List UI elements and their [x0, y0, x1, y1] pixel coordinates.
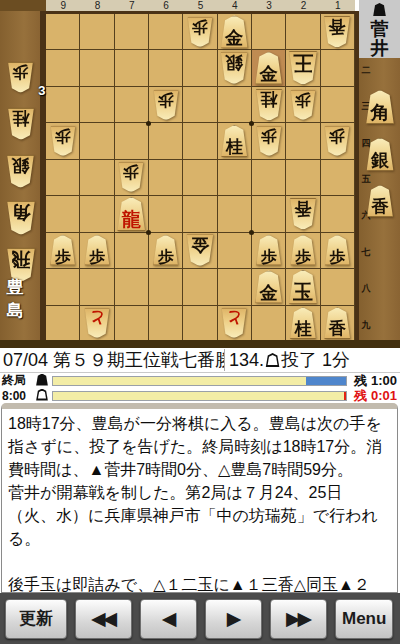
square-1-5 — [321, 160, 355, 196]
square-3-1 — [252, 14, 286, 50]
sente-piece-icon — [373, 3, 387, 16]
square-5-5 — [183, 160, 217, 196]
shogi-piece-sente-歩: 歩 — [49, 235, 76, 266]
file-label-4: 4 — [218, 0, 252, 11]
square-3-6 — [252, 196, 286, 232]
gote-time-remaining — [344, 392, 346, 400]
hand-piece-sente-香: 香 — [363, 182, 397, 220]
sente-time-remaining — [306, 377, 346, 385]
square-5-4 — [183, 123, 217, 159]
square-2-5 — [286, 160, 320, 196]
square-8-4 — [80, 123, 114, 159]
gote-remaining-time: 残 0:01 — [347, 387, 400, 405]
sente-captured-pieces: 角銀香 — [362, 88, 398, 229]
shogi-app: 987654321 歩金香銀金王歩桂歩歩桂歩歩歩龍香歩歩歩金歩歩歩金玉とと桂香 … — [0, 0, 400, 644]
sente-player-name: 菅 — [359, 20, 400, 39]
square-2-3: 歩 — [286, 87, 320, 123]
square-7-4 — [115, 123, 149, 159]
shogi-piece-sente-歩: 歩 — [324, 235, 351, 266]
shogi-piece-gote-銀: 銀 — [6, 155, 35, 188]
shogi-piece-gote-歩: 歩 — [152, 89, 179, 120]
board-corner — [0, 0, 46, 11]
shogi-piece-gote-歩: 歩 — [7, 62, 34, 93]
square-3-8: 金 — [252, 269, 286, 305]
square-6-4 — [149, 123, 183, 159]
square-4-1: 金 — [218, 14, 252, 50]
file-label-8: 8 — [80, 0, 114, 11]
commentary-line: 費時間は、▲菅井7時間0分、△豊島7時間59分。 — [8, 458, 391, 481]
square-9-9 — [46, 306, 80, 342]
square-6-6 — [149, 196, 183, 232]
file-label-9: 9 — [46, 0, 80, 11]
shogi-piece-gote-香: 香 — [323, 16, 351, 48]
forward-button[interactable]: ▶▶ — [270, 599, 327, 639]
commentary-line: （火、水）に兵庫県神戸市「中の坊瑞苑」で行われ — [8, 504, 391, 527]
info-bar: 07/04 第５９期王位戦七番勝 134. 投了 1分 — [0, 348, 400, 373]
square-5-8 — [183, 269, 217, 305]
square-8-9: と — [80, 306, 114, 342]
square-3-9 — [252, 306, 286, 342]
square-6-9 — [149, 306, 183, 342]
toolbar: 更新◀◀◀▶▶▶Menu — [0, 593, 400, 644]
square-2-7: 歩 — [286, 233, 320, 269]
square-8-8 — [80, 269, 114, 305]
shogi-piece-sente-角: 角 — [365, 90, 395, 124]
commentary-line — [8, 550, 391, 573]
commentary-line: 菅井が開幕戦を制した。第2局は７月24、25日 — [8, 481, 391, 504]
file-label-5: 5 — [183, 0, 217, 11]
square-7-1 — [115, 14, 149, 50]
square-6-1 — [149, 14, 183, 50]
file-label-7: 7 — [115, 0, 149, 11]
square-7-8 — [115, 269, 149, 305]
shogi-piece-gote-歩: 歩 — [186, 16, 213, 47]
shogi-piece-gote-桂: 桂 — [7, 108, 35, 140]
shogi-piece-gote-角: 角 — [6, 201, 36, 235]
next-button[interactable]: ▶ — [205, 599, 262, 639]
square-7-7 — [115, 233, 149, 269]
gote-time-bar — [52, 391, 347, 401]
shogi-piece-sente-玉: 玉 — [288, 270, 318, 304]
square-7-9 — [115, 306, 149, 342]
square-3-7: 歩 — [252, 233, 286, 269]
shogi-piece-sente-銀: 銀 — [366, 138, 395, 171]
gote-clock-row: 8:00 残 0:01 — [0, 389, 400, 402]
shogi-piece-sente-香: 香 — [366, 185, 394, 217]
sente-time-bar — [52, 376, 347, 386]
square-1-1: 香 — [321, 14, 355, 50]
shogi-piece-gote-と: と — [83, 308, 110, 339]
sente-clock-label: 終局 — [0, 372, 32, 389]
shogi-piece-sente-歩: 歩 — [83, 235, 110, 266]
square-2-1 — [286, 14, 320, 50]
square-7-6: 龍 — [115, 196, 149, 232]
square-6-2 — [149, 50, 183, 86]
square-3-4: 歩 — [252, 123, 286, 159]
square-6-3: 歩 — [149, 87, 183, 123]
square-9-3 — [46, 87, 80, 123]
file-label-6: 6 — [149, 0, 183, 11]
shogi-piece-gote-と: と — [221, 308, 248, 339]
square-4-2: 銀 — [218, 50, 252, 86]
hand-piece-gote-桂: 桂 — [4, 105, 38, 143]
square-8-6 — [80, 196, 114, 232]
event-title: 07/04 第５９期王位戦七番勝 — [0, 348, 224, 372]
square-4-3 — [218, 87, 252, 123]
rank-label-九: 九 — [360, 319, 372, 332]
shogi-piece-sente-香: 香 — [323, 307, 351, 339]
square-8-5 — [80, 160, 114, 196]
board-frame: 歩金香銀金王歩桂歩歩桂歩歩歩龍香歩歩歩金歩歩歩金玉とと桂香 — [40, 11, 359, 349]
file-label-2: 2 — [286, 0, 320, 11]
gote-captured-pieces: 歩3桂銀角飛 — [2, 58, 39, 293]
gote-clock-icon — [32, 387, 52, 405]
shogi-piece-gote-歩: 歩 — [324, 126, 351, 157]
square-5-2 — [183, 50, 217, 86]
square-5-3 — [183, 87, 217, 123]
square-6-7: 歩 — [149, 233, 183, 269]
rewind-button[interactable]: ◀◀ — [75, 599, 132, 639]
sente-clock-row: 終局 残 1:00 — [0, 374, 400, 387]
square-9-1 — [46, 14, 80, 50]
gote-player-name: 豊 島 — [3, 276, 27, 322]
sente-time-used — [53, 377, 306, 385]
square-1-3 — [321, 87, 355, 123]
square-2-8: 玉 — [286, 269, 320, 305]
hand-piece-sente-角: 角 — [363, 88, 397, 126]
hand-piece-gote-銀: 銀 — [4, 152, 38, 190]
square-2-9: 桂 — [286, 306, 320, 342]
square-1-7: 歩 — [321, 233, 355, 269]
square-9-2 — [46, 50, 80, 86]
square-6-5 — [149, 160, 183, 196]
commentary-line: 指さずに、投了を告げた。終局時刻は18時17分。消 — [8, 435, 391, 458]
sente-player-box: 菅 井 — [359, 0, 400, 58]
square-2-2: 王 — [286, 50, 320, 86]
commentary-line: る。 — [8, 527, 391, 550]
square-5-7: 金 — [183, 233, 217, 269]
hand-piece-gote-角: 角 — [4, 199, 38, 237]
shogi-piece-sente-歩: 歩 — [289, 235, 316, 266]
square-5-9 — [183, 306, 217, 342]
shogi-piece-gote-銀: 銀 — [220, 52, 249, 85]
square-4-5 — [218, 160, 252, 196]
square-1-6 — [321, 196, 355, 232]
square-9-6 — [46, 196, 80, 232]
shogi-board: 歩金香銀金王歩桂歩歩桂歩歩歩龍香歩歩歩金歩歩歩金玉とと桂香 — [46, 14, 355, 342]
square-1-2 — [321, 50, 355, 86]
square-1-8 — [321, 269, 355, 305]
shogi-piece-gote-桂: 桂 — [255, 89, 283, 121]
hand-piece-gote-歩: 歩3 — [4, 58, 38, 96]
move-text: 投了 1分 — [281, 348, 350, 372]
rank-label-八: 八 — [360, 282, 372, 295]
commentary-panel[interactable]: 18時17分、豊島が一分将棋に入る。豊島は次の手を指さずに、投了を告げた。終局時… — [1, 403, 398, 593]
shogi-piece-gote-金: 金 — [185, 234, 214, 267]
shogi-piece-gote-歩: 歩 — [255, 126, 282, 157]
square-3-5 — [252, 160, 286, 196]
square-5-1: 歩 — [183, 14, 217, 50]
shogi-piece-sente-金: 金 — [220, 15, 249, 48]
shogi-piece-gote-香: 香 — [289, 198, 317, 230]
square-9-7: 歩 — [46, 233, 80, 269]
square-4-7 — [218, 233, 252, 269]
clock-panel: 終局 残 1:00 8:00 残 0:01 — [0, 374, 400, 403]
square-9-4: 歩 — [46, 123, 80, 159]
update-button[interactable]: 更新 — [5, 599, 67, 639]
sente-player-name-2: 井 — [359, 39, 400, 58]
square-8-2 — [80, 50, 114, 86]
prev-button[interactable]: ◀ — [140, 599, 197, 639]
gote-time-used — [53, 392, 344, 400]
shogi-piece-gote-歩: 歩 — [289, 89, 316, 120]
commentary-line: 後手玉は即詰みで、△１二玉に▲１三香△同玉▲２ — [8, 573, 391, 593]
square-6-8 — [149, 269, 183, 305]
file-label-3: 3 — [252, 0, 286, 11]
square-7-3 — [115, 87, 149, 123]
square-1-4: 歩 — [321, 123, 355, 159]
shogi-piece-gote-歩: 歩 — [49, 126, 76, 157]
square-4-4: 桂 — [218, 123, 252, 159]
square-8-1 — [80, 14, 114, 50]
shogi-piece-sente-金: 金 — [254, 52, 283, 85]
shogi-piece-sente-桂: 桂 — [220, 125, 248, 157]
file-label-1: 1 — [321, 0, 355, 11]
board-bottom-border — [0, 340, 400, 348]
rank-label-二: 二 — [360, 64, 372, 77]
shogi-piece-sente-金: 金 — [254, 270, 283, 303]
square-9-8 — [46, 269, 80, 305]
last-move-info: 134. 投了 1分 — [225, 348, 350, 372]
square-3-2: 金 — [252, 50, 286, 86]
square-3-3: 桂 — [252, 87, 286, 123]
gote-clock-label: 8:00 — [0, 389, 32, 403]
hand-piece-sente-銀: 銀 — [363, 135, 397, 173]
move-number: 134. — [229, 350, 264, 371]
square-2-6: 香 — [286, 196, 320, 232]
shogi-piece-sente-歩: 歩 — [255, 235, 282, 266]
square-4-6 — [218, 196, 252, 232]
square-2-4 — [286, 123, 320, 159]
menu-button[interactable]: Menu — [335, 599, 393, 639]
square-4-8 — [218, 269, 252, 305]
shogi-piece-sente-龍: 龍 — [116, 197, 146, 231]
gote-piece-icon — [265, 353, 280, 367]
shogi-piece-sente-桂: 桂 — [289, 307, 317, 339]
rank-label-七: 七 — [360, 246, 372, 259]
square-5-6 — [183, 196, 217, 232]
hand-piece-count: 3 — [38, 83, 45, 98]
file-labels: 987654321 — [46, 0, 355, 11]
square-8-3 — [80, 87, 114, 123]
commentary-line: 18時17分、豊島が一分将棋に入る。豊島は次の手を — [8, 412, 391, 435]
shogi-piece-gote-王: 王 — [288, 51, 318, 85]
square-1-9: 香 — [321, 306, 355, 342]
square-7-2 — [115, 50, 149, 86]
square-9-5 — [46, 160, 80, 196]
square-8-7: 歩 — [80, 233, 114, 269]
square-4-9: と — [218, 306, 252, 342]
shogi-piece-gote-歩: 歩 — [118, 162, 145, 193]
shogi-piece-sente-歩: 歩 — [152, 235, 179, 266]
square-7-5: 歩 — [115, 160, 149, 196]
